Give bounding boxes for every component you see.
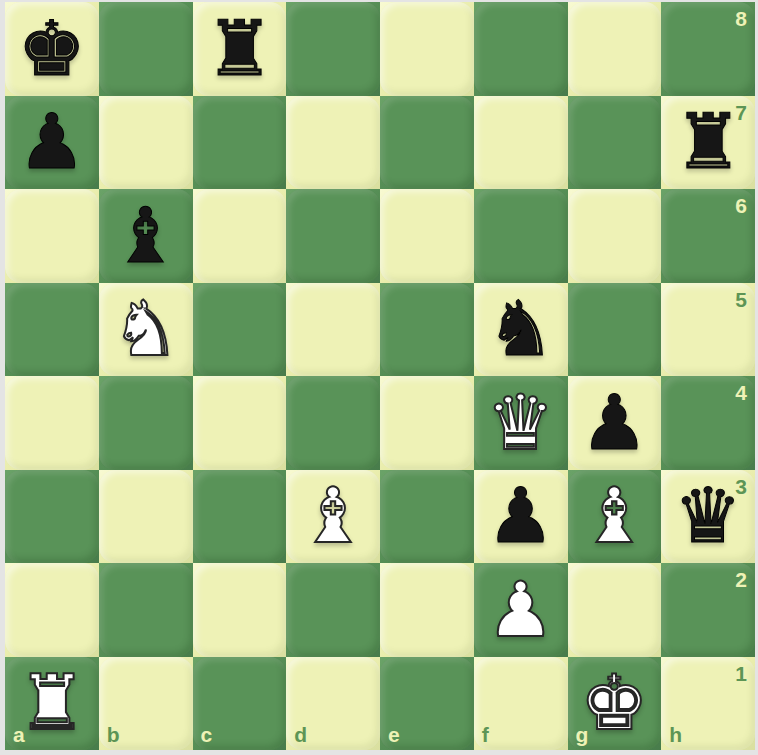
piece-black-king[interactable]: ♚ (5, 2, 99, 96)
file-label-b: b (107, 724, 120, 745)
square-f4[interactable]: ♛ (474, 376, 568, 470)
square-b7[interactable] (99, 96, 193, 190)
square-f1[interactable]: f (474, 657, 568, 751)
rank-label-4: 4 (735, 382, 747, 403)
square-f7[interactable] (474, 96, 568, 190)
square-a7[interactable]: ♟ (5, 96, 99, 190)
square-b2[interactable] (99, 563, 193, 657)
file-label-c: c (201, 724, 213, 745)
piece-white-bishop[interactable]: ♝ (568, 470, 662, 564)
square-c2[interactable] (193, 563, 287, 657)
square-f3[interactable]: ♟ (474, 470, 568, 564)
square-f5[interactable]: ♞ (474, 283, 568, 377)
square-b8[interactable] (99, 2, 193, 96)
square-h5[interactable]: 5 (661, 283, 755, 377)
square-e2[interactable] (380, 563, 474, 657)
square-f6[interactable] (474, 189, 568, 283)
piece-black-pawn[interactable]: ♟ (568, 376, 662, 470)
square-e7[interactable] (380, 96, 474, 190)
piece-white-bishop[interactable]: ♝ (286, 470, 380, 564)
square-g6[interactable] (568, 189, 662, 283)
file-label-g: g (576, 724, 589, 745)
rank-label-2: 2 (735, 569, 747, 590)
square-b4[interactable] (99, 376, 193, 470)
board-frame: ♚♜8♟♜7♝6♞♞5♛♟4♝♟♝♛3♟2♜abcdef♚gh1 (0, 0, 758, 755)
square-h6[interactable]: 6 (661, 189, 755, 283)
piece-white-knight[interactable]: ♞ (99, 283, 193, 377)
square-g5[interactable] (568, 283, 662, 377)
square-h3[interactable]: ♛3 (661, 470, 755, 564)
rank-label-5: 5 (735, 289, 747, 310)
piece-black-bishop[interactable]: ♝ (99, 189, 193, 283)
square-e3[interactable] (380, 470, 474, 564)
square-g3[interactable]: ♝ (568, 470, 662, 564)
square-b5[interactable]: ♞ (99, 283, 193, 377)
square-c1[interactable]: c (193, 657, 287, 751)
piece-black-pawn[interactable]: ♟ (474, 470, 568, 564)
rank-label-7: 7 (735, 102, 747, 123)
square-d2[interactable] (286, 563, 380, 657)
square-d7[interactable] (286, 96, 380, 190)
square-c5[interactable] (193, 283, 287, 377)
file-label-e: e (388, 724, 400, 745)
rank-label-8: 8 (735, 8, 747, 29)
square-d5[interactable] (286, 283, 380, 377)
file-label-a: a (13, 724, 25, 745)
square-c4[interactable] (193, 376, 287, 470)
square-a1[interactable]: ♜a (5, 657, 99, 751)
square-e8[interactable] (380, 2, 474, 96)
square-b6[interactable]: ♝ (99, 189, 193, 283)
chess-board: ♚♜8♟♜7♝6♞♞5♛♟4♝♟♝♛3♟2♜abcdef♚gh1 (5, 2, 755, 750)
piece-black-pawn[interactable]: ♟ (5, 96, 99, 190)
square-h7[interactable]: ♜7 (661, 96, 755, 190)
square-c7[interactable] (193, 96, 287, 190)
square-h2[interactable]: 2 (661, 563, 755, 657)
square-g8[interactable] (568, 2, 662, 96)
square-a6[interactable] (5, 189, 99, 283)
square-a4[interactable] (5, 376, 99, 470)
square-d6[interactable] (286, 189, 380, 283)
square-c3[interactable] (193, 470, 287, 564)
square-d3[interactable]: ♝ (286, 470, 380, 564)
square-f2[interactable]: ♟ (474, 563, 568, 657)
file-label-h: h (669, 724, 682, 745)
square-g2[interactable] (568, 563, 662, 657)
file-label-f: f (482, 724, 489, 745)
square-e5[interactable] (380, 283, 474, 377)
piece-white-queen[interactable]: ♛ (474, 376, 568, 470)
square-a3[interactable] (5, 470, 99, 564)
square-g7[interactable] (568, 96, 662, 190)
square-b3[interactable] (99, 470, 193, 564)
square-d1[interactable]: d (286, 657, 380, 751)
square-h4[interactable]: 4 (661, 376, 755, 470)
square-h8[interactable]: 8 (661, 2, 755, 96)
piece-black-rook[interactable]: ♜ (193, 2, 287, 96)
rank-label-6: 6 (735, 195, 747, 216)
square-e1[interactable]: e (380, 657, 474, 751)
square-c8[interactable]: ♜ (193, 2, 287, 96)
square-a8[interactable]: ♚ (5, 2, 99, 96)
rank-label-3: 3 (735, 476, 747, 497)
square-g1[interactable]: ♚g (568, 657, 662, 751)
square-g4[interactable]: ♟ (568, 376, 662, 470)
square-a2[interactable] (5, 563, 99, 657)
square-e6[interactable] (380, 189, 474, 283)
square-e4[interactable] (380, 376, 474, 470)
square-h1[interactable]: h1 (661, 657, 755, 751)
square-d4[interactable] (286, 376, 380, 470)
square-c6[interactable] (193, 189, 287, 283)
file-label-d: d (294, 724, 307, 745)
square-d8[interactable] (286, 2, 380, 96)
piece-black-knight[interactable]: ♞ (474, 283, 568, 377)
rank-label-1: 1 (735, 663, 747, 684)
square-f8[interactable] (474, 2, 568, 96)
piece-white-pawn[interactable]: ♟ (474, 563, 568, 657)
square-b1[interactable]: b (99, 657, 193, 751)
square-a5[interactable] (5, 283, 99, 377)
